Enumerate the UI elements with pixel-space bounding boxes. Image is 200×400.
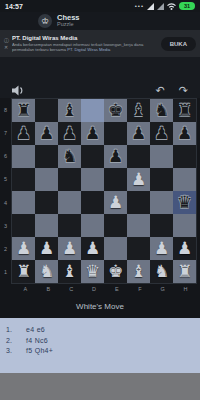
black-pawn: ♟ — [108, 148, 123, 165]
square-a8[interactable]: ♜ — [12, 99, 35, 122]
app-subtitle: Puzzle — [57, 22, 80, 28]
square-b4[interactable] — [35, 191, 58, 214]
notification-dots-icon: ••• — [135, 3, 144, 9]
white-bishop: ♝ — [131, 263, 146, 280]
black-knight: ♞ — [62, 148, 77, 165]
battery-icon: 31 — [179, 2, 195, 10]
square-d6[interactable] — [81, 145, 104, 168]
square-d7[interactable]: ♟ — [81, 122, 104, 145]
square-b7[interactable]: ♟ — [35, 122, 58, 145]
white-pawn: ♟ — [16, 240, 31, 257]
square-c2[interactable]: ♟ — [58, 237, 81, 260]
signal2-icon — [157, 3, 164, 10]
app-logo-king-icon: ♔ — [38, 14, 52, 28]
square-g8[interactable]: ♞ — [150, 99, 173, 122]
ad-info-icon[interactable]: ⓘ — [4, 38, 12, 43]
square-b8[interactable] — [35, 99, 58, 122]
chess-board[interactable]: ♜♝♚♝♞♜♟♟♟♟♟♟♟♞♟♟♟♛♟♟♟♟♟♟♜♞♝♛♚♝♞♜ — [11, 98, 197, 284]
move-row: 2.f4 Nc6 — [6, 336, 200, 347]
square-g5[interactable] — [150, 168, 173, 191]
square-f6[interactable] — [127, 145, 150, 168]
black-pawn: ♟ — [62, 125, 77, 142]
phone-screen: 14:57 ••• 31 ♔ Chess Puzzle — [0, 0, 200, 400]
signal-icon — [147, 3, 154, 10]
black-pawn: ♟ — [177, 125, 192, 142]
square-g3[interactable] — [150, 214, 173, 237]
square-e1[interactable]: ♚ — [104, 260, 127, 283]
white-pawn: ♟ — [39, 240, 54, 257]
white-bishop: ♝ — [62, 263, 77, 280]
square-g1[interactable]: ♞ — [150, 260, 173, 283]
clock: 14:57 — [5, 3, 23, 10]
square-c7[interactable]: ♟ — [58, 122, 81, 145]
square-d5[interactable] — [81, 168, 104, 191]
square-a5[interactable] — [12, 168, 35, 191]
app-header: ♔ Chess Puzzle — [0, 12, 200, 30]
square-d2[interactable]: ♟ — [81, 237, 104, 260]
black-knight: ♞ — [154, 102, 169, 119]
square-h6[interactable] — [173, 145, 196, 168]
black-pawn: ♟ — [131, 125, 146, 142]
square-d8[interactable] — [81, 99, 104, 122]
square-b2[interactable]: ♟ — [35, 237, 58, 260]
ad-open-button[interactable]: BUKA — [161, 37, 196, 51]
ad-close-icon[interactable]: ✕ — [4, 45, 12, 50]
bottom-ad-placeholder — [0, 373, 200, 400]
square-h8[interactable]: ♜ — [173, 99, 196, 122]
square-a3[interactable] — [12, 214, 35, 237]
wifi-icon — [167, 3, 176, 10]
status-icons: ••• 31 — [135, 2, 195, 10]
square-f1[interactable]: ♝ — [127, 260, 150, 283]
move-row: 1.e4 e6 — [6, 325, 200, 336]
white-pawn: ♟ — [177, 240, 192, 257]
redo-icon[interactable]: ↷ — [179, 85, 188, 96]
square-g2[interactable]: ♟ — [150, 237, 173, 260]
white-king: ♚ — [108, 263, 123, 280]
black-bishop: ♝ — [62, 102, 77, 119]
rank-labels: 87654321 — [0, 98, 11, 284]
black-pawn: ♟ — [154, 125, 169, 142]
square-e2[interactable] — [104, 237, 127, 260]
black-rook: ♜ — [16, 102, 31, 119]
square-a4[interactable] — [12, 191, 35, 214]
square-c8[interactable]: ♝ — [58, 99, 81, 122]
white-pawn: ♟ — [62, 240, 77, 257]
square-h1[interactable]: ♜ — [173, 260, 196, 283]
white-rook: ♜ — [16, 263, 31, 280]
square-a7[interactable]: ♟ — [12, 122, 35, 145]
square-h5[interactable] — [173, 168, 196, 191]
black-pawn: ♟ — [39, 125, 54, 142]
game-toolbar: ↶ ↷ — [0, 82, 200, 98]
square-h3[interactable] — [173, 214, 196, 237]
status-bar: 14:57 ••• 31 — [0, 0, 200, 12]
square-e8[interactable]: ♚ — [104, 99, 127, 122]
white-pawn: ♟ — [108, 194, 123, 211]
black-queen: ♛ — [177, 194, 192, 211]
move-row: 3.f5 Qh4+ — [6, 346, 200, 357]
black-king: ♚ — [108, 102, 123, 119]
square-f2[interactable] — [127, 237, 150, 260]
black-rook: ♜ — [177, 102, 192, 119]
square-a6[interactable] — [12, 145, 35, 168]
white-knight: ♞ — [39, 263, 54, 280]
square-d1[interactable]: ♛ — [81, 260, 104, 283]
square-c3[interactable] — [58, 214, 81, 237]
square-f8[interactable]: ♝ — [127, 99, 150, 122]
sound-icon[interactable] — [12, 85, 25, 96]
square-b3[interactable] — [35, 214, 58, 237]
square-f7[interactable]: ♟ — [127, 122, 150, 145]
file-labels: ABCDEFGH — [14, 284, 197, 294]
black-pawn: ♟ — [85, 125, 100, 142]
square-e3[interactable] — [104, 214, 127, 237]
white-pawn: ♟ — [131, 171, 146, 188]
white-pawn: ♟ — [85, 240, 100, 257]
square-d3[interactable] — [81, 214, 104, 237]
spacer — [0, 57, 200, 82]
ad-link[interactable]: PT. Digital Wiras Media — [67, 47, 110, 52]
square-f3[interactable] — [127, 214, 150, 237]
undo-icon[interactable]: ↶ — [156, 85, 165, 96]
square-c6[interactable]: ♞ — [58, 145, 81, 168]
move-list: 1.e4 e62.f4 Nc63.f5 Qh4+ — [0, 318, 200, 373]
white-rook: ♜ — [177, 263, 192, 280]
square-e7[interactable] — [104, 122, 127, 145]
square-g6[interactable] — [150, 145, 173, 168]
square-c5[interactable] — [58, 168, 81, 191]
square-h4[interactable]: ♛ — [173, 191, 196, 214]
black-bishop: ♝ — [131, 102, 146, 119]
board-area: 87654321 ♜♝♚♝♞♜♟♟♟♟♟♟♟♞♟♟♟♛♟♟♟♟♟♟♜♞♝♛♚♝♞… — [0, 98, 200, 294]
white-pawn: ♟ — [154, 240, 169, 257]
ad-description-line2: permodalan terbaru bersama PT. Digital W… — [12, 47, 158, 52]
square-e5[interactable] — [104, 168, 127, 191]
white-knight: ♞ — [154, 263, 169, 280]
square-g4[interactable] — [150, 191, 173, 214]
square-d4[interactable] — [81, 191, 104, 214]
square-c1[interactable]: ♝ — [58, 260, 81, 283]
square-g7[interactable]: ♟ — [150, 122, 173, 145]
square-b1[interactable]: ♞ — [35, 260, 58, 283]
square-a1[interactable]: ♜ — [12, 260, 35, 283]
square-a2[interactable]: ♟ — [12, 237, 35, 260]
square-e6[interactable]: ♟ — [104, 145, 127, 168]
turn-indicator: White's Move — [0, 294, 200, 318]
square-f5[interactable]: ♟ — [127, 168, 150, 191]
square-b6[interactable] — [35, 145, 58, 168]
ad-title: PT. Digital Wiras Media — [12, 35, 158, 41]
square-e4[interactable]: ♟ — [104, 191, 127, 214]
square-f4[interactable] — [127, 191, 150, 214]
ad-banner[interactable]: ⓘ ✕ PT. Digital Wiras Media Anda berkese… — [0, 30, 200, 57]
square-h2[interactable]: ♟ — [173, 237, 196, 260]
square-h7[interactable]: ♟ — [173, 122, 196, 145]
square-b5[interactable] — [35, 168, 58, 191]
square-c4[interactable] — [58, 191, 81, 214]
black-pawn: ♟ — [16, 125, 31, 142]
white-queen: ♛ — [85, 263, 100, 280]
